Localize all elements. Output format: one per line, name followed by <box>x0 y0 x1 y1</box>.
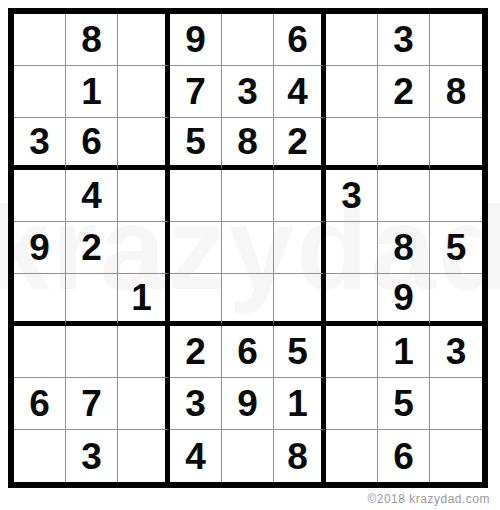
sudoku-cell-empty[interactable] <box>118 14 170 66</box>
sudoku-cell-empty[interactable] <box>326 118 378 170</box>
sudoku-cell-given: 9 <box>14 222 66 274</box>
sudoku-cell-empty[interactable] <box>14 170 66 222</box>
sudoku-cell-empty[interactable] <box>14 430 66 482</box>
sudoku-cell-given: 4 <box>274 66 326 118</box>
sudoku-cell-given: 9 <box>170 14 222 66</box>
sudoku-cell-given: 3 <box>14 118 66 170</box>
sudoku-cell-given: 4 <box>170 430 222 482</box>
sudoku-cell-empty[interactable] <box>274 170 326 222</box>
sudoku-cell-given: 1 <box>378 326 430 378</box>
sudoku-cell-given: 6 <box>14 378 66 430</box>
sudoku-cell-given: 1 <box>66 66 118 118</box>
sudoku-cell-given: 2 <box>170 326 222 378</box>
sudoku-cell-empty[interactable] <box>222 14 274 66</box>
sudoku-cell-empty[interactable] <box>378 118 430 170</box>
sudoku-cell-empty[interactable] <box>118 430 170 482</box>
sudoku-cell-empty[interactable] <box>326 14 378 66</box>
sudoku-cell-given: 1 <box>274 378 326 430</box>
sudoku-cell-empty[interactable] <box>118 222 170 274</box>
sudoku-cell-given: 8 <box>430 66 482 118</box>
sudoku-cell-empty[interactable] <box>118 118 170 170</box>
sudoku-cell-empty[interactable] <box>118 170 170 222</box>
sudoku-cell-given: 5 <box>430 222 482 274</box>
sudoku-cell-empty[interactable] <box>326 378 378 430</box>
sudoku-cell-empty[interactable] <box>326 222 378 274</box>
sudoku-cell-empty[interactable] <box>274 222 326 274</box>
sudoku-cell-given: 2 <box>378 66 430 118</box>
sudoku-cell-given: 2 <box>66 222 118 274</box>
sudoku-cell-given: 5 <box>170 118 222 170</box>
sudoku-cell-empty[interactable] <box>170 170 222 222</box>
sudoku-cell-empty[interactable] <box>14 14 66 66</box>
sudoku-cell-given: 3 <box>222 66 274 118</box>
sudoku-cell-empty[interactable] <box>14 274 66 326</box>
sudoku-cell-empty[interactable] <box>170 274 222 326</box>
sudoku-cell-given: 3 <box>378 14 430 66</box>
sudoku-cell-given: 3 <box>170 378 222 430</box>
sudoku-cell-empty[interactable] <box>430 430 482 482</box>
sudoku-cell-given: 5 <box>274 326 326 378</box>
sudoku-cell-empty[interactable] <box>326 274 378 326</box>
sudoku-cell-given: 2 <box>274 118 326 170</box>
sudoku-cell-empty[interactable] <box>430 170 482 222</box>
sudoku-cell-empty[interactable] <box>326 66 378 118</box>
copyright-credit: ©2018 krazydad.com <box>367 492 490 506</box>
sudoku-cell-given: 5 <box>378 378 430 430</box>
sudoku-cell-given: 8 <box>378 222 430 274</box>
sudoku-cell-given: 6 <box>378 430 430 482</box>
sudoku-cell-empty[interactable] <box>222 274 274 326</box>
sudoku-cell-empty[interactable] <box>66 274 118 326</box>
sudoku-cell-given: 6 <box>222 326 274 378</box>
sudoku-cell-empty[interactable] <box>14 66 66 118</box>
sudoku-cell-empty[interactable] <box>430 274 482 326</box>
sudoku-cell-given: 6 <box>274 14 326 66</box>
sudoku-cell-empty[interactable] <box>326 326 378 378</box>
sudoku-cell-given: 8 <box>222 118 274 170</box>
sudoku-cell-empty[interactable] <box>326 430 378 482</box>
sudoku-cell-given: 9 <box>222 378 274 430</box>
sudoku-cell-empty[interactable] <box>222 222 274 274</box>
sudoku-cell-empty[interactable] <box>170 222 222 274</box>
sudoku-cell-empty[interactable] <box>222 430 274 482</box>
sudoku-cell-empty[interactable] <box>118 66 170 118</box>
sudoku-cell-empty[interactable] <box>378 170 430 222</box>
sudoku-page: krazydad 8963173428365824392851926513673… <box>0 0 500 510</box>
sudoku-cell-given: 7 <box>170 66 222 118</box>
sudoku-cell-given: 8 <box>66 14 118 66</box>
sudoku-cell-given: 8 <box>274 430 326 482</box>
sudoku-cell-empty[interactable] <box>430 118 482 170</box>
sudoku-cell-given: 9 <box>378 274 430 326</box>
sudoku-cell-given: 4 <box>66 170 118 222</box>
sudoku-cell-empty[interactable] <box>118 326 170 378</box>
sudoku-cell-empty[interactable] <box>274 274 326 326</box>
sudoku-cell-given: 3 <box>430 326 482 378</box>
sudoku-cell-given: 1 <box>118 274 170 326</box>
sudoku-cell-empty[interactable] <box>118 378 170 430</box>
sudoku-cell-given: 7 <box>66 378 118 430</box>
sudoku-cell-given: 3 <box>66 430 118 482</box>
sudoku-cell-given: 6 <box>66 118 118 170</box>
sudoku-cell-given: 3 <box>326 170 378 222</box>
sudoku-cell-empty[interactable] <box>66 326 118 378</box>
sudoku-cell-empty[interactable] <box>222 170 274 222</box>
sudoku-cell-empty[interactable] <box>14 326 66 378</box>
sudoku-cell-empty[interactable] <box>430 14 482 66</box>
sudoku-cell-empty[interactable] <box>430 378 482 430</box>
sudoku-board: krazydad 8963173428365824392851926513673… <box>8 8 488 488</box>
